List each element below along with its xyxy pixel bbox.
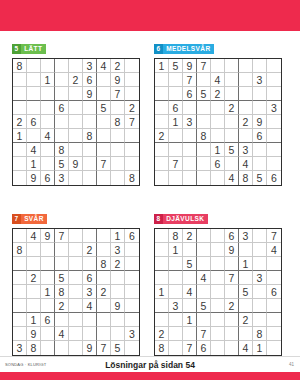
cell-r4c9: 2 <box>125 101 139 115</box>
cell-r8c5: 6 <box>211 157 225 171</box>
cell-r5c8 <box>111 285 125 299</box>
cell-r3c8 <box>253 87 267 101</box>
cell-r7c1 <box>155 313 169 327</box>
cell-r7c1 <box>13 313 27 327</box>
cell-r8c4: 7 <box>197 327 211 341</box>
cell-r5c9 <box>267 115 281 129</box>
cell-r1c8 <box>253 59 267 73</box>
cell-r9c5 <box>211 171 225 185</box>
cell-r2c2: 1 <box>169 243 183 257</box>
cell-r9c6: 4 <box>225 171 239 185</box>
cell-r2c9 <box>125 243 139 257</box>
cell-r4c7 <box>97 271 111 285</box>
cell-r7c9 <box>125 143 139 157</box>
cell-r6c5 <box>211 129 225 143</box>
cell-r4c4: 5 <box>55 271 69 285</box>
page-number: 41 <box>289 362 294 367</box>
cell-r7c4 <box>197 143 211 157</box>
cell-r8c9 <box>125 157 139 171</box>
cell-r7c6 <box>83 143 97 157</box>
cell-r1c1: 8 <box>13 59 27 73</box>
cell-r7c3: 6 <box>41 313 55 327</box>
cell-r3c4 <box>55 87 69 101</box>
cell-r5c4: 8 <box>55 285 69 299</box>
cell-r2c6: 2 <box>83 243 97 257</box>
cell-r6c1 <box>13 299 27 313</box>
cell-r2c9 <box>125 73 139 87</box>
cell-r8c9 <box>267 157 281 171</box>
cell-r1c7 <box>97 229 111 243</box>
cell-r6c4: 2 <box>55 299 69 313</box>
cell-r1c6 <box>83 229 97 243</box>
cell-r9c2 <box>169 341 183 355</box>
cell-r6c8: 9 <box>111 299 125 313</box>
cell-r3c6 <box>225 257 239 271</box>
cell-r7c7: 3 <box>239 143 253 157</box>
cell-r9c9: 8 <box>125 171 139 185</box>
cell-r3c4 <box>55 257 69 271</box>
cell-r9c9 <box>125 341 139 355</box>
cell-r3c7 <box>239 87 253 101</box>
cell-r3c1 <box>13 257 27 271</box>
cell-r4c7 <box>239 101 253 115</box>
cell-r2c6: 6 <box>83 73 97 87</box>
cell-r2c4 <box>197 73 211 87</box>
cell-r5c6 <box>83 115 97 129</box>
magazine-sudoku-page: 5 LÄTT 834212699765226871484815979638 6 … <box>0 0 300 380</box>
cell-r3c6: 9 <box>83 87 97 101</box>
cell-r5c1: 2 <box>13 115 27 129</box>
cell-r5c3 <box>41 115 55 129</box>
cell-r5c2 <box>27 285 41 299</box>
cell-r7c2 <box>169 143 183 157</box>
cell-r3c9 <box>125 87 139 101</box>
cell-r6c3 <box>183 129 197 143</box>
cell-r5c9: 7 <box>125 115 139 129</box>
cell-r8c4 <box>197 157 211 171</box>
cell-r4c1 <box>13 101 27 115</box>
cell-r9c5 <box>69 341 83 355</box>
cell-r5c3: 1 <box>41 285 55 299</box>
difficulty-number: 7 <box>12 214 21 224</box>
cell-r6c2: 3 <box>169 299 183 313</box>
cell-r9c3 <box>41 341 55 355</box>
cell-r6c8 <box>253 299 267 313</box>
cell-r7c9 <box>267 143 281 157</box>
cell-r9c5 <box>69 171 83 185</box>
page-footer: SÖNDAG · KLURIGT Lösningar på sidan 54 4… <box>0 356 300 371</box>
cell-r7c5 <box>69 143 83 157</box>
cell-r5c3: 4 <box>183 285 197 299</box>
cell-r6c1 <box>155 299 169 313</box>
cell-r2c8: 9 <box>111 73 125 87</box>
cell-r6c6: 4 <box>83 299 97 313</box>
cell-r4c6: 7 <box>225 271 239 285</box>
cell-r5c9: 6 <box>267 285 281 299</box>
cell-r7c8 <box>253 143 267 157</box>
cell-r4c3 <box>41 271 55 285</box>
cell-r6c9 <box>125 299 139 313</box>
cell-r9c4 <box>55 341 69 355</box>
cell-r6c7 <box>239 299 253 313</box>
cell-r1c3: 9 <box>41 229 55 243</box>
cell-r7c7 <box>97 143 111 157</box>
cell-r8c1 <box>13 157 27 171</box>
cell-r8c3 <box>41 327 55 341</box>
cell-r2c1: 8 <box>13 243 27 257</box>
cell-r6c5 <box>69 129 83 143</box>
cell-r7c2: 1 <box>27 313 41 327</box>
cell-r1c7 <box>239 59 253 73</box>
cell-r4c4: 4 <box>197 271 211 285</box>
cell-r1c5 <box>69 59 83 73</box>
cell-r8c9: 3 <box>125 327 139 341</box>
cell-r9c4: 6 <box>197 341 211 355</box>
cell-r4c8 <box>111 271 125 285</box>
puzzle-latt: 5 LÄTT 834212699765226871484815979638 <box>12 37 144 186</box>
cell-r5c8 <box>253 285 267 299</box>
cell-r7c6: 5 <box>225 143 239 157</box>
cell-r4c4: 6 <box>55 101 69 115</box>
difficulty-label: SVÅR <box>21 214 48 224</box>
difficulty-label: DJÄVULSK <box>163 214 208 224</box>
cell-r8c2 <box>169 327 183 341</box>
cell-r6c7 <box>97 129 111 143</box>
cell-r7c6 <box>83 313 97 327</box>
top-red-bar <box>0 0 300 31</box>
cell-r3c3 <box>41 257 55 271</box>
cell-r3c5 <box>211 257 225 271</box>
difficulty-badge-djavulsk: 8 DJÄVULSK <box>154 214 208 224</box>
cell-r5c4 <box>197 115 211 129</box>
cell-r8c2: 9 <box>27 327 41 341</box>
cell-r8c1 <box>155 157 169 171</box>
sudoku-grid-medelsvar: 159774365262313292861537644856 <box>154 58 282 186</box>
cell-r3c8: 2 <box>111 257 125 271</box>
sudoku-grid-latt: 834212699765226871484815979638 <box>12 58 140 186</box>
cell-r9c9: 6 <box>267 171 281 185</box>
cell-r6c3 <box>183 299 197 313</box>
cell-r7c1 <box>155 143 169 157</box>
difficulty-label: LÄTT <box>21 44 46 54</box>
cell-r7c8 <box>253 313 267 327</box>
cell-r1c4: 7 <box>55 229 69 243</box>
cell-r5c5 <box>211 115 225 129</box>
cell-r2c5: 2 <box>69 73 83 87</box>
cell-r6c6: 2 <box>225 299 239 313</box>
cell-r3c7: 8 <box>97 257 111 271</box>
cell-r3c3 <box>41 87 55 101</box>
cell-r2c7 <box>239 73 253 87</box>
cell-r9c8: 5 <box>111 341 125 355</box>
cell-r8c2: 7 <box>169 157 183 171</box>
difficulty-number: 5 <box>12 44 21 54</box>
cell-r2c3 <box>183 243 197 257</box>
cell-r1c9: 6 <box>125 229 139 243</box>
cell-r8c8 <box>111 157 125 171</box>
cell-r7c3 <box>183 143 197 157</box>
cell-r4c5 <box>69 101 83 115</box>
cell-r9c1 <box>13 171 27 185</box>
cell-r2c8: 3 <box>111 243 125 257</box>
cell-r8c7: 4 <box>239 157 253 171</box>
cell-r3c1 <box>13 87 27 101</box>
cell-r6c2 <box>169 129 183 143</box>
cell-r8c6 <box>83 327 97 341</box>
cell-r7c1 <box>13 143 27 157</box>
cell-r7c5 <box>211 313 225 327</box>
cell-r2c2 <box>27 243 41 257</box>
cell-r5c3: 3 <box>183 115 197 129</box>
cell-r5c5 <box>69 115 83 129</box>
cell-r8c7 <box>97 327 111 341</box>
cell-r2c8 <box>253 243 267 257</box>
cell-r5c4 <box>55 115 69 129</box>
cell-r9c3: 6 <box>41 171 55 185</box>
cell-r3c9 <box>125 257 139 271</box>
cell-r1c3: 2 <box>183 229 197 243</box>
cell-r9c4 <box>197 171 211 185</box>
cell-r8c1 <box>13 327 27 341</box>
cell-r3c3: 5 <box>183 257 197 271</box>
cell-r4c1 <box>155 271 169 285</box>
cell-r3c9 <box>267 87 281 101</box>
cell-r7c7 <box>97 313 111 327</box>
cell-r6c2 <box>27 129 41 143</box>
cell-r6c9 <box>267 299 281 313</box>
cell-r2c5 <box>211 243 225 257</box>
cell-r1c2: 4 <box>27 229 41 243</box>
cell-r8c6 <box>225 327 239 341</box>
cell-r4c4 <box>197 101 211 115</box>
cell-r7c3 <box>41 143 55 157</box>
cell-r4c6 <box>83 101 97 115</box>
difficulty-badge-svar: 7 SVÅR <box>12 214 47 224</box>
cell-r4c2 <box>27 101 41 115</box>
difficulty-label: MEDELSVÅR <box>163 44 214 54</box>
cell-r1c5 <box>69 229 83 243</box>
cell-r5c5 <box>211 285 225 299</box>
cell-r8c6 <box>83 157 97 171</box>
cell-r5c6 <box>225 115 239 129</box>
bottom-red-bar <box>0 372 300 380</box>
cell-r4c1 <box>155 101 169 115</box>
cell-r1c7: 3 <box>239 229 253 243</box>
cell-r2c7 <box>97 73 111 87</box>
cell-r7c5 <box>69 313 83 327</box>
cell-r9c7: 7 <box>97 341 111 355</box>
cell-r1c2: 5 <box>169 59 183 73</box>
cell-r4c3 <box>41 101 55 115</box>
cell-r2c4 <box>197 243 211 257</box>
cell-r9c9 <box>267 341 281 355</box>
cell-r1c4 <box>55 59 69 73</box>
difficulty-badge-medelsvar: 6 MEDELSVÅR <box>154 44 214 54</box>
cell-r6c4 <box>55 129 69 143</box>
cell-r2c3 <box>41 243 55 257</box>
cell-r8c6 <box>225 157 239 171</box>
cell-r6c5 <box>211 299 225 313</box>
cell-r3c2 <box>169 257 183 271</box>
cell-r1c3 <box>41 59 55 73</box>
cell-r5c8: 9 <box>253 115 267 129</box>
cell-r7c4 <box>197 313 211 327</box>
cell-r6c1: 2 <box>155 129 169 143</box>
cell-r4c6: 6 <box>83 271 97 285</box>
cell-r1c1 <box>13 229 27 243</box>
cell-r7c5: 1 <box>211 143 225 157</box>
cell-r3c2 <box>27 257 41 271</box>
cell-r9c7: 4 <box>239 341 253 355</box>
puzzle-svar: 7 SVÅR 497168238225618322491694338975 <box>12 207 144 356</box>
cell-r1c1 <box>155 229 169 243</box>
cell-r8c5: 9 <box>69 157 83 171</box>
cell-r9c2: 9 <box>27 171 41 185</box>
cell-r1c9: 7 <box>267 229 281 243</box>
cell-r1c4: 7 <box>197 59 211 73</box>
cell-r2c4 <box>55 73 69 87</box>
cell-r3c2 <box>169 87 183 101</box>
cell-r6c1: 1 <box>13 129 27 143</box>
cell-r3c8 <box>253 257 267 271</box>
cell-r5c1 <box>13 285 27 299</box>
cell-r4c6: 2 <box>225 101 239 115</box>
cell-r8c4: 5 <box>55 157 69 171</box>
cell-r1c6: 6 <box>225 229 239 243</box>
cell-r2c2 <box>169 73 183 87</box>
cell-r2c8: 3 <box>253 73 267 87</box>
cell-r9c1: 3 <box>13 341 27 355</box>
cell-r9c2 <box>169 171 183 185</box>
puzzle-djavulsk: 8 DJÄVULSK 82637194514731456352122788764… <box>154 207 286 356</box>
cell-r3c3: 6 <box>183 87 197 101</box>
cell-r2c7 <box>239 243 253 257</box>
cell-r3c5 <box>69 87 83 101</box>
cell-r4c5 <box>211 271 225 285</box>
cell-r3c4 <box>197 257 211 271</box>
cell-r2c6 <box>225 73 239 87</box>
solutions-reference-text: Lösningar på sidan 54 <box>0 360 300 370</box>
puzzle-medelsvar: 6 MEDELSVÅR 1597743652623132928615376448… <box>154 37 286 186</box>
cell-r6c6 <box>225 129 239 143</box>
cell-r2c7 <box>97 243 111 257</box>
cell-r5c2 <box>169 285 183 299</box>
cell-r6c4: 8 <box>197 129 211 143</box>
cell-r4c2: 2 <box>27 271 41 285</box>
cell-r5c9 <box>125 285 139 299</box>
cell-r6c9 <box>267 129 281 143</box>
cell-r8c7: 7 <box>97 157 111 171</box>
cell-r8c5 <box>69 327 83 341</box>
cell-r2c3: 1 <box>41 73 55 87</box>
cell-r2c5: 4 <box>211 73 225 87</box>
cell-r8c8 <box>111 327 125 341</box>
cell-r5c5 <box>69 285 83 299</box>
cell-r1c8 <box>253 229 267 243</box>
cell-r2c9: 4 <box>267 243 281 257</box>
cell-r9c7 <box>97 171 111 185</box>
cell-r6c8: 6 <box>253 129 267 143</box>
cell-r8c9 <box>267 327 281 341</box>
cell-r3c6 <box>83 257 97 271</box>
cell-r8c5 <box>211 327 225 341</box>
cell-r6c7 <box>97 299 111 313</box>
sudoku-grid-svar: 497168238225618322491694338975 <box>12 228 140 356</box>
cell-r8c1: 2 <box>155 327 169 341</box>
cell-r8c3 <box>183 327 197 341</box>
cell-r6c3: 4 <box>41 129 55 143</box>
cell-r5c1 <box>155 115 169 129</box>
cell-r5c2: 6 <box>27 115 41 129</box>
cell-r4c5 <box>69 271 83 285</box>
cell-r4c8 <box>253 101 267 115</box>
cell-r4c9 <box>125 271 139 285</box>
cell-r1c7: 4 <box>97 59 111 73</box>
cell-r1c5 <box>211 229 225 243</box>
cell-r9c8: 5 <box>253 171 267 185</box>
cell-r1c1: 1 <box>155 59 169 73</box>
cell-r5c6: 3 <box>83 285 97 299</box>
cell-r7c4: 8 <box>55 143 69 157</box>
cell-r2c2 <box>27 73 41 87</box>
cell-r1c2 <box>27 59 41 73</box>
cell-r4c9: 3 <box>267 101 281 115</box>
cell-r7c2 <box>169 313 183 327</box>
cell-r4c8: 3 <box>253 271 267 285</box>
cell-r1c4 <box>197 229 211 243</box>
cell-r9c6: 9 <box>83 341 97 355</box>
difficulty-number: 6 <box>154 44 163 54</box>
cell-r2c1 <box>155 73 169 87</box>
cell-r7c8 <box>111 143 125 157</box>
cell-r5c7 <box>97 115 111 129</box>
cell-r1c9 <box>267 59 281 73</box>
cell-r9c5 <box>211 341 225 355</box>
cell-r4c3 <box>183 101 197 115</box>
cell-r8c8: 8 <box>253 327 267 341</box>
cell-r2c9 <box>267 73 281 87</box>
cell-r5c8: 8 <box>111 115 125 129</box>
cell-r5c7: 2 <box>97 285 111 299</box>
cell-r3c7 <box>97 87 111 101</box>
cell-r6c9 <box>125 129 139 143</box>
cell-r5c1: 1 <box>155 285 169 299</box>
cell-r5c4 <box>197 285 211 299</box>
cell-r2c1 <box>155 243 169 257</box>
cell-r7c6 <box>225 313 239 327</box>
cell-r5c2: 1 <box>169 115 183 129</box>
sudoku-grid-djavulsk: 826371945147314563521227887641 <box>154 228 282 356</box>
cell-r6c7 <box>239 129 253 143</box>
cell-r4c1 <box>13 271 27 285</box>
cell-r8c3 <box>41 157 55 171</box>
cell-r9c4: 3 <box>55 171 69 185</box>
cell-r6c4: 5 <box>197 299 211 313</box>
cell-r9c6 <box>83 171 97 185</box>
cell-r9c3: 7 <box>183 341 197 355</box>
cell-r6c8 <box>111 129 125 143</box>
cell-r7c9 <box>267 313 281 327</box>
cell-r3c6 <box>225 87 239 101</box>
cell-r4c7 <box>239 271 253 285</box>
cell-r7c3: 1 <box>183 313 197 327</box>
cell-r4c8 <box>111 101 125 115</box>
cell-r8c7 <box>239 327 253 341</box>
cell-r3c7: 1 <box>239 257 253 271</box>
cell-r9c1 <box>155 171 169 185</box>
cell-r6c6: 8 <box>83 129 97 143</box>
cell-r8c3 <box>183 157 197 171</box>
